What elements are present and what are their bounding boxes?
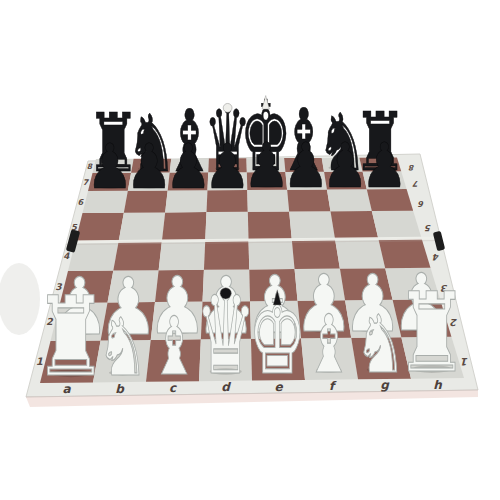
piece-white-bishop-f1: ♝	[304, 299, 353, 391]
piece-glyph: ♝	[304, 299, 353, 391]
piece-glyph: ♝	[150, 300, 199, 392]
chess-board-scene: abcdefgh1122334455667788♜♞♝♛♚♝♞♜♟♟♟♟♟♟♟♟…	[0, 0, 500, 500]
square-f5	[289, 211, 335, 239]
chess-set-photo: abcdefgh1122334455667788♜♞♝♛♚♝♞♜♟♟♟♟♟♟♟♟…	[0, 0, 500, 500]
piece-white-knight-b1: ♞	[97, 300, 149, 393]
piece-white-king-e1: ♚	[248, 272, 306, 398]
piece-glyph: ♟	[361, 129, 408, 201]
rank-label-right-8: 8	[408, 163, 414, 172]
piece-white-bishop-c1: ♝	[150, 300, 199, 392]
piece-black-pawn-h7: ♟	[361, 129, 408, 201]
square-d5	[205, 212, 248, 240]
finial-ball-d8	[223, 103, 232, 112]
square-h5	[372, 211, 422, 239]
square-b5	[119, 212, 165, 240]
square-e5	[248, 212, 292, 240]
piece-white-rook-h1: ♜	[395, 269, 469, 397]
piece-glyph: ♞	[97, 300, 149, 393]
square-a5	[76, 213, 124, 241]
finial-ball-d1	[220, 288, 231, 299]
square-g5	[330, 211, 378, 239]
square-c5	[162, 212, 206, 240]
piece-white-queen-d1: ♛	[195, 269, 256, 400]
piece-glyph: ♜	[395, 269, 469, 397]
rank-label-left-4: 4	[63, 251, 70, 261]
